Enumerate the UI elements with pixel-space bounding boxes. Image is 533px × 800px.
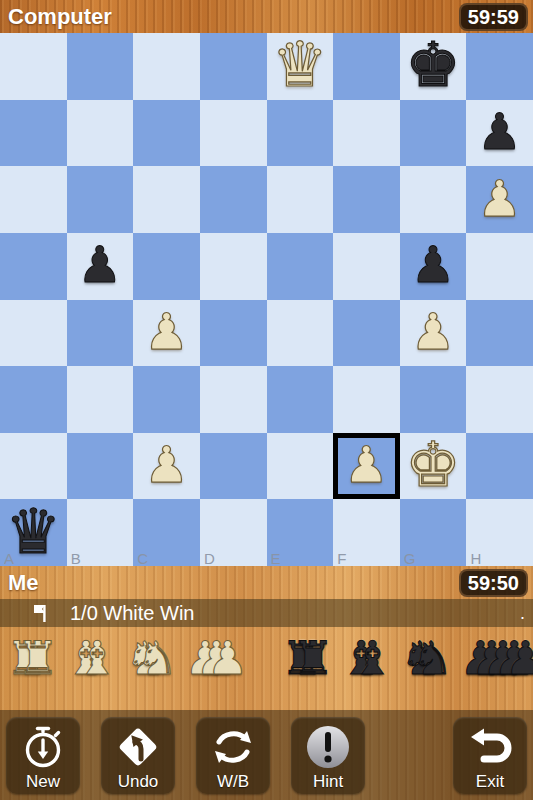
piece-black-pawn-g5[interactable]: ♟ bbox=[411, 240, 456, 290]
square-d3[interactable] bbox=[200, 366, 267, 433]
player-bar: Me 59:50 bbox=[0, 566, 533, 599]
chess-board[interactable]: ♛♚♟♟♟♟♟♟♟♟♚A♛BCDEFGH bbox=[0, 33, 533, 566]
square-f8[interactable] bbox=[333, 33, 400, 100]
square-e2[interactable] bbox=[267, 433, 334, 500]
square-c5[interactable] bbox=[133, 233, 200, 300]
file-label-d: D bbox=[204, 550, 215, 567]
captured-black-rook-glyph: ♜ bbox=[293, 630, 334, 686]
piece-black-queen-a1[interactable]: ♛ bbox=[6, 501, 62, 563]
square-e8[interactable]: ♛ bbox=[267, 33, 334, 100]
square-c3[interactable] bbox=[133, 366, 200, 433]
square-g3[interactable] bbox=[400, 366, 467, 433]
square-d2[interactable] bbox=[200, 433, 267, 500]
square-f7[interactable] bbox=[333, 100, 400, 167]
piece-black-pawn-b5[interactable]: ♟ bbox=[78, 240, 123, 290]
switch-sides-button[interactable]: W/B bbox=[196, 717, 270, 794]
square-b7[interactable] bbox=[67, 100, 134, 167]
square-d4[interactable] bbox=[200, 300, 267, 367]
square-a3[interactable] bbox=[0, 366, 67, 433]
square-a7[interactable] bbox=[0, 100, 67, 167]
undo-button[interactable]: Undo bbox=[101, 717, 175, 794]
square-e5[interactable] bbox=[267, 233, 334, 300]
square-f4[interactable] bbox=[333, 300, 400, 367]
captured-pieces-area: ♜♜♝♝♞♞♟♟♟ ♜♜♝♝♞♞♟♟♟♟♟ bbox=[0, 627, 533, 710]
square-a1[interactable]: A♛ bbox=[0, 499, 67, 566]
square-f3[interactable] bbox=[333, 366, 400, 433]
switch-sides-label: W/B bbox=[217, 772, 249, 791]
captured-white-pawns: ♟♟♟ bbox=[185, 630, 249, 686]
square-g5[interactable]: ♟ bbox=[400, 233, 467, 300]
square-e3[interactable] bbox=[267, 366, 334, 433]
captured-white-rook-glyph: ♜ bbox=[17, 630, 58, 686]
square-d5[interactable] bbox=[200, 233, 267, 300]
file-label-e: E bbox=[271, 550, 281, 567]
captured-white-rooks: ♜♜ bbox=[6, 630, 59, 686]
opponent-clock: 59:59 bbox=[459, 3, 528, 31]
square-a2[interactable] bbox=[0, 433, 67, 500]
square-f2[interactable]: ♟ bbox=[333, 433, 400, 500]
piece-white-pawn-g4[interactable]: ♟ bbox=[411, 307, 456, 357]
square-b2[interactable] bbox=[67, 433, 134, 500]
square-h2[interactable] bbox=[466, 433, 533, 500]
square-h3[interactable] bbox=[466, 366, 533, 433]
square-d1[interactable]: D bbox=[200, 499, 267, 566]
exit-label: Exit bbox=[476, 772, 504, 791]
captured-black-pawns: ♟♟♟♟♟ bbox=[460, 630, 533, 686]
chess-app-screen: Computer 59:59 ♛♚♟♟♟♟♟♟♟♟♚A♛BCDEFGH Me 5… bbox=[0, 0, 533, 800]
file-label-b: B bbox=[71, 550, 81, 567]
square-h4[interactable] bbox=[466, 300, 533, 367]
exit-back-arrow-icon bbox=[466, 721, 514, 772]
square-g2[interactable]: ♚ bbox=[400, 433, 467, 500]
result-text: 1/0 White Win bbox=[70, 602, 194, 625]
square-f1[interactable]: F bbox=[333, 499, 400, 566]
piece-white-queen-e8[interactable]: ♛ bbox=[272, 34, 328, 96]
captured-white-knight-glyph: ♞ bbox=[136, 630, 177, 686]
file-label-h: H bbox=[470, 550, 481, 567]
square-h8[interactable] bbox=[466, 33, 533, 100]
piece-white-pawn-c4[interactable]: ♟ bbox=[144, 307, 189, 357]
captured-white-knights: ♞♞ bbox=[125, 630, 178, 686]
captured-white-bishop-glyph: ♝ bbox=[77, 630, 118, 686]
result-trailing-dot: . bbox=[520, 603, 525, 624]
square-f5[interactable] bbox=[333, 233, 400, 300]
captured-black-bishops: ♝♝ bbox=[341, 630, 394, 686]
hint-button[interactable]: Hint bbox=[291, 717, 365, 794]
captured-black-knights: ♞♞ bbox=[400, 630, 453, 686]
captured-black-pieces-tray: ♜♜♝♝♞♞♟♟♟♟♟ bbox=[281, 630, 533, 686]
undo-label: Undo bbox=[118, 772, 159, 791]
square-c8[interactable] bbox=[133, 33, 200, 100]
square-e7[interactable] bbox=[267, 100, 334, 167]
captured-black-pawn-glyph: ♟ bbox=[505, 630, 533, 686]
new-game-label: New bbox=[26, 772, 60, 791]
file-label-g: G bbox=[404, 550, 416, 567]
square-e1[interactable]: E bbox=[267, 499, 334, 566]
white-flag-icon bbox=[30, 603, 48, 623]
piece-white-pawn-c2[interactable]: ♟ bbox=[144, 440, 189, 490]
player-clock: 59:50 bbox=[459, 569, 528, 597]
square-g1[interactable]: G bbox=[400, 499, 467, 566]
square-a8[interactable] bbox=[0, 33, 67, 100]
square-g7[interactable] bbox=[400, 100, 467, 167]
square-d8[interactable] bbox=[200, 33, 267, 100]
square-a4[interactable] bbox=[0, 300, 67, 367]
hint-exclamation-icon bbox=[304, 721, 352, 772]
square-c4[interactable]: ♟ bbox=[133, 300, 200, 367]
square-c7[interactable] bbox=[133, 100, 200, 167]
piece-black-pawn-h7[interactable]: ♟ bbox=[477, 107, 522, 157]
square-a5[interactable] bbox=[0, 233, 67, 300]
square-h7[interactable]: ♟ bbox=[466, 100, 533, 167]
lower-panel: 1/0 White Win . ♜♜♝♝♞♞♟♟♟ ♜♜♝♝♞♞♟♟♟♟♟ bbox=[0, 599, 533, 800]
square-d6[interactable] bbox=[200, 166, 267, 233]
new-game-button[interactable]: New bbox=[6, 717, 80, 794]
file-label-c: C bbox=[137, 550, 148, 567]
square-c6[interactable] bbox=[133, 166, 200, 233]
square-b5[interactable]: ♟ bbox=[67, 233, 134, 300]
square-e4[interactable] bbox=[267, 300, 334, 367]
toolbar: New Undo bbox=[0, 710, 533, 800]
square-c2[interactable]: ♟ bbox=[133, 433, 200, 500]
piece-black-king-g8[interactable]: ♚ bbox=[405, 34, 461, 96]
captured-black-bishop-glyph: ♝ bbox=[352, 630, 393, 686]
square-h6[interactable]: ♟ bbox=[466, 166, 533, 233]
player-name: Me bbox=[8, 570, 39, 596]
square-f6[interactable] bbox=[333, 166, 400, 233]
captured-white-pieces-tray: ♜♜♝♝♞♞♟♟♟ bbox=[6, 630, 255, 686]
opponent-name: Computer bbox=[8, 4, 112, 30]
game-result-strip: 1/0 White Win . bbox=[0, 599, 533, 627]
square-g4[interactable]: ♟ bbox=[400, 300, 467, 367]
square-g6[interactable] bbox=[400, 166, 467, 233]
stopwatch-icon bbox=[20, 721, 66, 772]
captured-white-bishops: ♝♝ bbox=[66, 630, 119, 686]
piece-white-pawn-f2[interactable]: ♟ bbox=[344, 440, 389, 490]
exit-button[interactable]: Exit bbox=[453, 717, 527, 794]
square-b1[interactable]: B bbox=[67, 499, 134, 566]
square-h1[interactable]: H bbox=[466, 499, 533, 566]
swap-sides-icon bbox=[209, 721, 257, 772]
square-b8[interactable] bbox=[67, 33, 134, 100]
captured-black-rooks: ♜♜ bbox=[281, 630, 334, 686]
square-g8[interactable]: ♚ bbox=[400, 33, 467, 100]
square-d7[interactable] bbox=[200, 100, 267, 167]
piece-white-king-g2[interactable]: ♚ bbox=[405, 434, 461, 496]
square-b4[interactable] bbox=[67, 300, 134, 367]
captured-black-knight-glyph: ♞ bbox=[412, 630, 453, 686]
piece-white-pawn-h6[interactable]: ♟ bbox=[477, 174, 522, 224]
file-label-f: F bbox=[337, 550, 346, 567]
square-c1[interactable]: C bbox=[133, 499, 200, 566]
undo-turn-sign-icon bbox=[114, 721, 162, 772]
square-e6[interactable] bbox=[267, 166, 334, 233]
square-b6[interactable] bbox=[67, 166, 134, 233]
square-h5[interactable] bbox=[466, 233, 533, 300]
hint-label: Hint bbox=[313, 772, 343, 791]
square-a6[interactable] bbox=[0, 166, 67, 233]
square-b3[interactable] bbox=[67, 366, 134, 433]
captured-white-pawn-glyph: ♟ bbox=[207, 630, 248, 686]
